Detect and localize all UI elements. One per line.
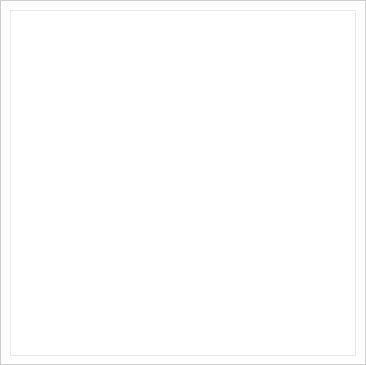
chess-diagram <box>0 0 366 365</box>
chess-board <box>11 11 355 355</box>
